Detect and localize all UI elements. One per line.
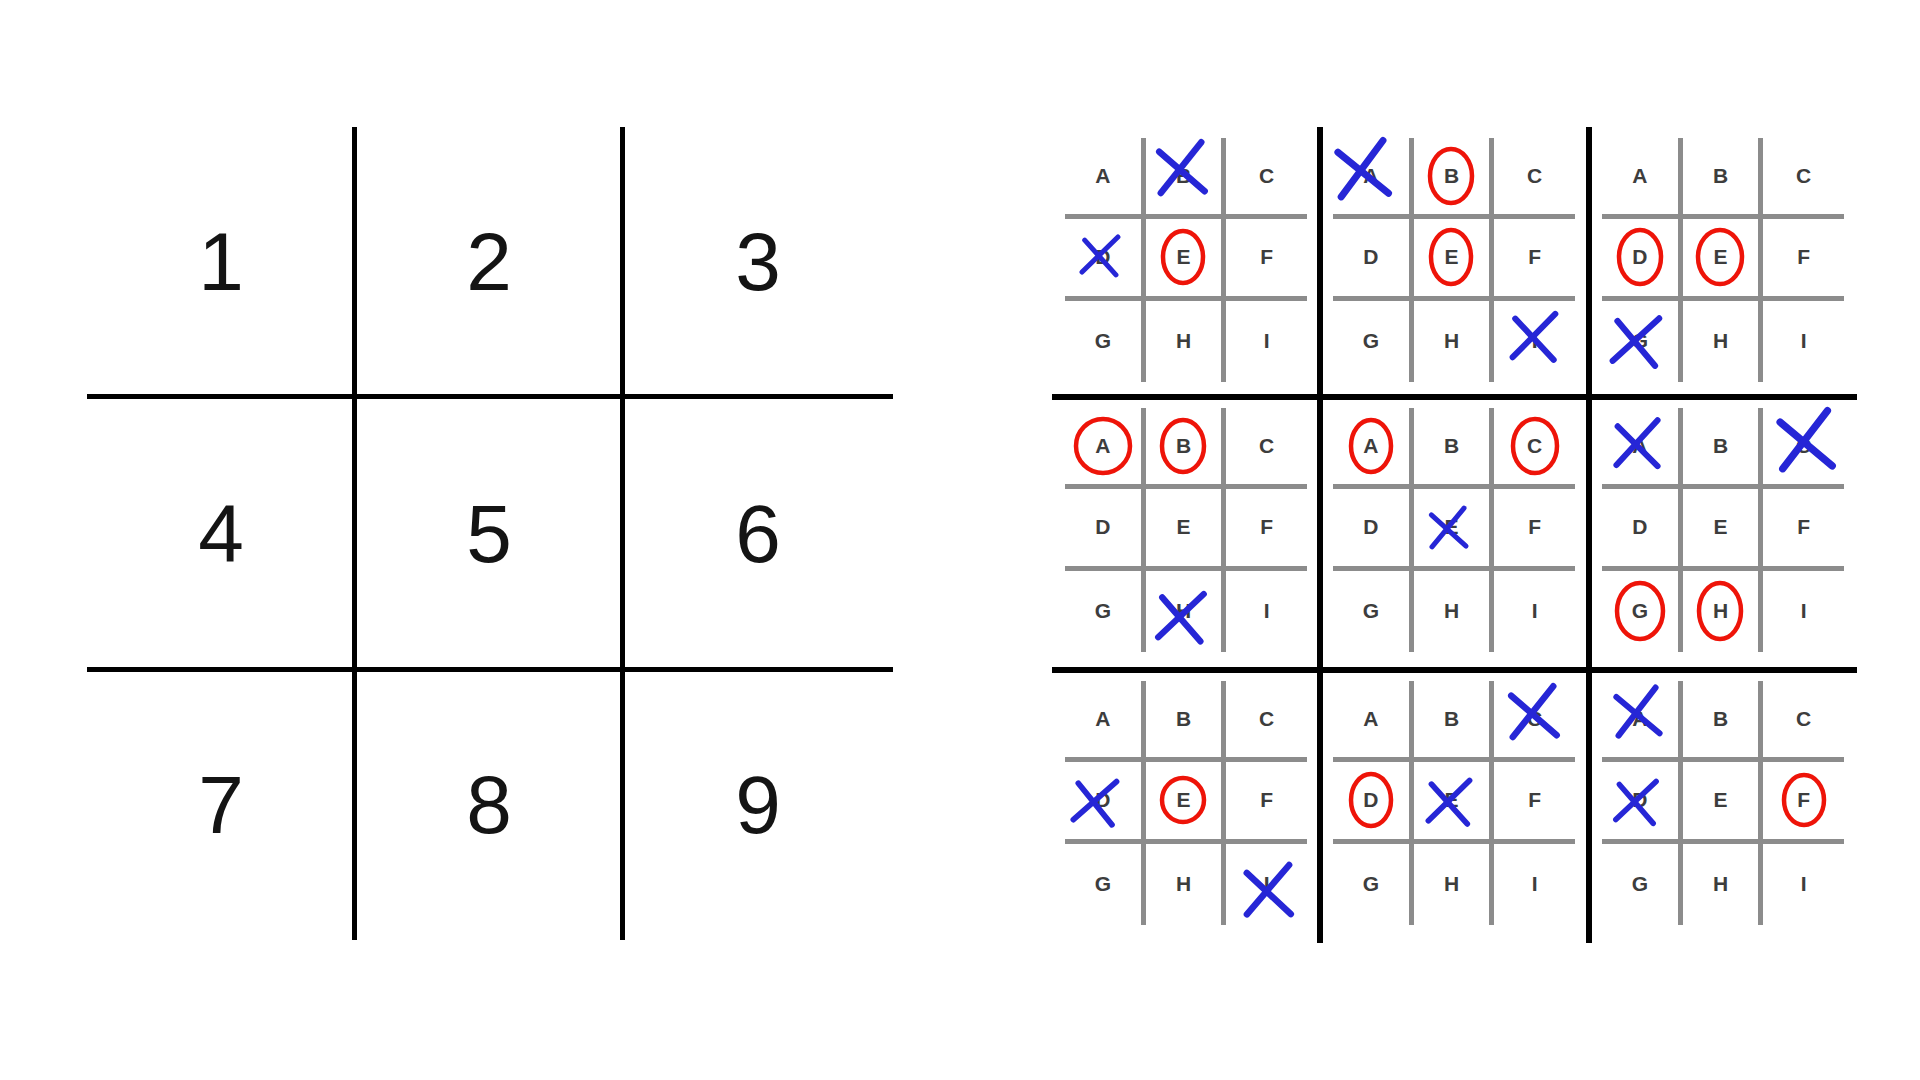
mini-cell-3-C: C (1763, 138, 1844, 219)
mini-cell-letter: G (1632, 872, 1648, 896)
mini-cell-letter: A (1095, 434, 1110, 458)
mini-cell-9-D: D (1602, 762, 1683, 843)
blue-cross-mark (1325, 131, 1399, 205)
mini-board-wrap-7: ABCDEFGHI (1052, 670, 1320, 940)
mini-cell-letter: F (1260, 245, 1273, 269)
mini-cell-letter: G (1632, 329, 1648, 353)
mini-cell-6-B: B (1683, 408, 1764, 489)
mini-cell-letter: B (1713, 434, 1728, 458)
mini-cell-5-H: H (1414, 571, 1495, 652)
big-cell-3: 3 (623, 127, 893, 397)
mini-cell-1-C: C (1226, 138, 1307, 219)
mini-board-1: ABCDEFGHI (1065, 138, 1307, 382)
mini-cell-4-B: B (1146, 408, 1227, 489)
mini-cell-letter: G (1095, 329, 1111, 353)
mini-cell-1-I: I (1226, 301, 1307, 382)
mini-cell-letter: B (1444, 707, 1459, 731)
mini-cell-5-E: E (1414, 489, 1495, 570)
mini-cell-2-C: C (1494, 138, 1575, 219)
mini-cell-letter: I (1532, 329, 1538, 353)
mini-cell-letter: E (1176, 788, 1190, 812)
mini-cell-letter: I (1532, 599, 1538, 623)
mini-cell-letter: C (1259, 707, 1274, 731)
mini-cell-1-H: H (1146, 301, 1227, 382)
mini-board-4: ABCDEFGHI (1065, 408, 1307, 652)
big-cell-number: 3 (735, 221, 781, 303)
mini-cell-letter: I (1264, 329, 1270, 353)
mini-cell-letter: A (1095, 707, 1110, 731)
mini-cell-letter: C (1527, 707, 1542, 731)
mini-cell-6-C: C (1763, 408, 1844, 489)
mini-cell-letter: B (1176, 164, 1191, 188)
mini-cell-5-G: G (1333, 571, 1414, 652)
mini-cell-9-B: B (1683, 681, 1764, 762)
mini-cell-3-G: G (1602, 301, 1683, 382)
mini-cell-letter: B (1444, 164, 1459, 188)
mini-cell-7-F: F (1226, 762, 1307, 843)
mini-cell-letter: G (1363, 329, 1379, 353)
big-board-cells: 123456789 (87, 127, 893, 940)
mini-cell-letter: D (1095, 515, 1110, 539)
mini-cell-4-G: G (1065, 571, 1146, 652)
mini-board-3: ABCDEFGHI (1602, 138, 1844, 382)
mini-cell-5-C: C (1494, 408, 1575, 489)
mini-cell-4-I: I (1226, 571, 1307, 652)
mini-cell-letter: E (1176, 515, 1190, 539)
mini-cell-letter: D (1632, 788, 1647, 812)
meta-board: ABCDEFGHIABCDEFGHIABCDEFGHIABCDEFGHIABCD… (1052, 127, 1857, 940)
mini-cell-8-I: I (1494, 844, 1575, 925)
mini-cell-letter: H (1713, 329, 1728, 353)
mini-cell-2-I: I (1494, 301, 1575, 382)
mini-board-wrap-4: ABCDEFGHI (1052, 397, 1320, 670)
mini-cell-1-G: G (1065, 301, 1146, 382)
mini-cell-2-E: E (1414, 219, 1495, 300)
mini-cell-4-C: C (1226, 408, 1307, 489)
mini-cell-letter: C (1796, 164, 1811, 188)
mini-board-8: ABCDEFGHI (1333, 681, 1575, 925)
mini-cell-7-E: E (1146, 762, 1227, 843)
mini-cell-letter: C (1259, 434, 1274, 458)
mini-cell-letter: G (1095, 599, 1111, 623)
mini-cell-8-A: A (1333, 681, 1414, 762)
big-cell-number: 7 (198, 764, 244, 846)
mini-cell-letter: F (1797, 245, 1810, 269)
mini-cell-2-H: H (1414, 301, 1495, 382)
mini-cell-letter: D (1363, 245, 1378, 269)
mini-cell-2-F: F (1494, 219, 1575, 300)
big-cell-number: 2 (466, 221, 512, 303)
mini-cell-letter: H (1444, 329, 1459, 353)
mini-cell-letter: H (1176, 872, 1191, 896)
mini-cell-6-G: G (1602, 571, 1683, 652)
mini-cell-letter: G (1632, 599, 1648, 623)
mini-cell-3-I: I (1763, 301, 1844, 382)
mini-cell-8-B: B (1414, 681, 1495, 762)
mini-cell-letter: E (1444, 245, 1458, 269)
mini-cell-7-C: C (1226, 681, 1307, 762)
mini-cell-8-C: C (1494, 681, 1575, 762)
big-board-vertical-line-2 (620, 127, 625, 940)
mini-cell-5-F: F (1494, 489, 1575, 570)
mini-cell-letter: D (1632, 515, 1647, 539)
mini-cell-9-A: A (1602, 681, 1683, 762)
mini-cell-letter: D (1095, 788, 1110, 812)
mini-cell-4-A: A (1065, 408, 1146, 489)
mini-cell-7-H: H (1146, 844, 1227, 925)
meta-board-vertical-line-2 (1586, 127, 1592, 943)
mini-cell-letter: A (1632, 164, 1647, 188)
mini-cell-letter: F (1528, 245, 1541, 269)
big-cell-2: 2 (355, 127, 623, 397)
meta-board-horizontal-line-2 (1052, 667, 1857, 673)
mini-cell-4-E: E (1146, 489, 1227, 570)
mini-cell-2-G: G (1333, 301, 1414, 382)
mini-cell-letter: E (1444, 515, 1458, 539)
mini-cell-letter: A (1632, 434, 1647, 458)
big-cell-number: 6 (735, 493, 781, 575)
big-cell-number: 5 (466, 493, 512, 575)
mini-cell-letter: H (1444, 872, 1459, 896)
mini-cell-letter: E (1444, 788, 1458, 812)
mini-cell-letter: F (1260, 788, 1273, 812)
mini-cell-letter: C (1527, 164, 1542, 188)
mini-cell-letter: A (1095, 164, 1110, 188)
mini-cell-letter: B (1713, 707, 1728, 731)
mini-cell-letter: I (1532, 872, 1538, 896)
mini-cell-5-I: I (1494, 571, 1575, 652)
mini-cell-7-I: I (1226, 844, 1307, 925)
mini-cell-letter: C (1796, 434, 1811, 458)
mini-cell-6-D: D (1602, 489, 1683, 570)
mini-cell-letter: F (1797, 788, 1810, 812)
mini-cell-3-D: D (1602, 219, 1683, 300)
mini-cell-letter: H (1176, 329, 1191, 353)
mini-cell-9-G: G (1602, 844, 1683, 925)
mini-cell-7-A: A (1065, 681, 1146, 762)
mini-board-wrap-1: ABCDEFGHI (1052, 127, 1320, 397)
mini-cell-4-D: D (1065, 489, 1146, 570)
mini-cell-6-E: E (1683, 489, 1764, 570)
mini-cell-1-B: B (1146, 138, 1227, 219)
mini-cell-letter: C (1796, 707, 1811, 731)
mini-cell-letter: I (1801, 872, 1807, 896)
ultimate-tictactoe-diagram: 123456789 ABCDEFGHIABCDEFGHIABCDEFGHIABC… (0, 0, 1920, 1080)
mini-cell-1-A: A (1065, 138, 1146, 219)
mini-cell-6-H: H (1683, 571, 1764, 652)
mini-cell-letter: I (1801, 329, 1807, 353)
mini-cell-7-G: G (1065, 844, 1146, 925)
mini-board-7: ABCDEFGHI (1065, 681, 1307, 925)
mini-cell-3-E: E (1683, 219, 1764, 300)
mini-cell-4-H: H (1146, 571, 1227, 652)
mini-cell-letter: G (1095, 872, 1111, 896)
mini-cell-letter: C (1259, 164, 1274, 188)
big-cell-number: 1 (198, 221, 244, 303)
mini-cell-letter: I (1264, 872, 1270, 896)
mini-cell-letter: D (1363, 515, 1378, 539)
mini-cell-1-F: F (1226, 219, 1307, 300)
mini-cell-6-I: I (1763, 571, 1844, 652)
mini-cell-letter: A (1632, 707, 1647, 731)
big-cell-number: 4 (198, 493, 244, 575)
mini-cell-8-H: H (1414, 844, 1495, 925)
mini-cell-letter: E (1713, 245, 1727, 269)
mini-cell-letter: E (1713, 788, 1727, 812)
big-cell-8: 8 (355, 670, 623, 940)
big-cell-4: 4 (87, 397, 355, 670)
mini-cell-letter: B (1176, 434, 1191, 458)
mini-cell-8-D: D (1333, 762, 1414, 843)
mini-cell-9-E: E (1683, 762, 1764, 843)
mini-cell-2-D: D (1333, 219, 1414, 300)
mini-cell-3-A: A (1602, 138, 1683, 219)
mini-cell-letter: D (1363, 788, 1378, 812)
mini-cell-letter: F (1528, 788, 1541, 812)
mini-cell-3-F: F (1763, 219, 1844, 300)
mini-cell-9-I: I (1763, 844, 1844, 925)
meta-board-cells: ABCDEFGHIABCDEFGHIABCDEFGHIABCDEFGHIABCD… (1052, 127, 1857, 940)
big-cell-9: 9 (623, 670, 893, 940)
mini-cell-2-A: A (1333, 138, 1414, 219)
mini-cell-7-B: B (1146, 681, 1227, 762)
mini-board-wrap-5: ABCDEFGHI (1320, 397, 1589, 670)
mini-cell-7-D: D (1065, 762, 1146, 843)
mini-cell-9-H: H (1683, 844, 1764, 925)
big-board-vertical-line-1 (352, 127, 357, 940)
big-cell-1: 1 (87, 127, 355, 397)
mini-cell-letter: I (1801, 599, 1807, 623)
mini-cell-9-C: C (1763, 681, 1844, 762)
big-board: 123456789 (87, 127, 893, 940)
mini-cell-1-D: D (1065, 219, 1146, 300)
mini-cell-letter: G (1363, 872, 1379, 896)
mini-board-wrap-9: ABCDEFGHI (1589, 670, 1857, 940)
big-board-horizontal-line-1 (87, 394, 893, 399)
mini-cell-letter: A (1363, 707, 1378, 731)
big-cell-5: 5 (355, 397, 623, 670)
mini-cell-letter: H (1713, 599, 1728, 623)
big-board-horizontal-line-2 (87, 667, 893, 672)
mini-cell-letter: A (1363, 434, 1378, 458)
mini-cell-8-G: G (1333, 844, 1414, 925)
mini-cell-5-D: D (1333, 489, 1414, 570)
mini-cell-letter: A (1363, 164, 1378, 188)
meta-board-vertical-line-1 (1317, 127, 1323, 943)
mini-cell-8-E: E (1414, 762, 1495, 843)
big-cell-7: 7 (87, 670, 355, 940)
big-cell-6: 6 (623, 397, 893, 670)
mini-cell-letter: H (1713, 872, 1728, 896)
mini-board-wrap-8: ABCDEFGHI (1320, 670, 1589, 940)
mini-cell-letter: H (1444, 599, 1459, 623)
mini-cell-letter: F (1528, 515, 1541, 539)
mini-board-wrap-3: ABCDEFGHI (1589, 127, 1857, 397)
mini-board-2: ABCDEFGHI (1333, 138, 1575, 382)
mini-board-wrap-6: ABCDEFGHI (1589, 397, 1857, 670)
mini-cell-2-B: B (1414, 138, 1495, 219)
big-cell-number: 8 (466, 764, 512, 846)
mini-cell-6-F: F (1763, 489, 1844, 570)
mini-cell-letter: B (1713, 164, 1728, 188)
mini-board-9: ABCDEFGHI (1602, 681, 1844, 925)
meta-board-horizontal-line-1 (1052, 394, 1857, 400)
mini-cell-4-F: F (1226, 489, 1307, 570)
mini-cell-3-B: B (1683, 138, 1764, 219)
mini-board-6: ABCDEFGHI (1602, 408, 1844, 652)
mini-cell-letter: I (1264, 599, 1270, 623)
mini-cell-letter: G (1363, 599, 1379, 623)
mini-cell-5-B: B (1414, 408, 1495, 489)
mini-cell-8-F: F (1494, 762, 1575, 843)
mini-cell-letter: C (1527, 434, 1542, 458)
mini-cell-letter: H (1176, 599, 1191, 623)
mini-cell-letter: F (1260, 515, 1273, 539)
mini-cell-6-A: A (1602, 408, 1683, 489)
mini-board-5: ABCDEFGHI (1333, 408, 1575, 652)
mini-cell-letter: F (1797, 515, 1810, 539)
mini-cell-letter: E (1176, 245, 1190, 269)
mini-cell-letter: E (1713, 515, 1727, 539)
mini-cell-letter: D (1095, 245, 1110, 269)
mini-cell-letter: B (1444, 434, 1459, 458)
mini-cell-letter: D (1632, 245, 1647, 269)
mini-cell-1-E: E (1146, 219, 1227, 300)
big-cell-number: 9 (735, 764, 781, 846)
mini-cell-letter: B (1176, 707, 1191, 731)
mini-cell-9-F: F (1763, 762, 1844, 843)
mini-cell-5-A: A (1333, 408, 1414, 489)
mini-board-wrap-2: ABCDEFGHI (1320, 127, 1589, 397)
mini-cell-3-H: H (1683, 301, 1764, 382)
